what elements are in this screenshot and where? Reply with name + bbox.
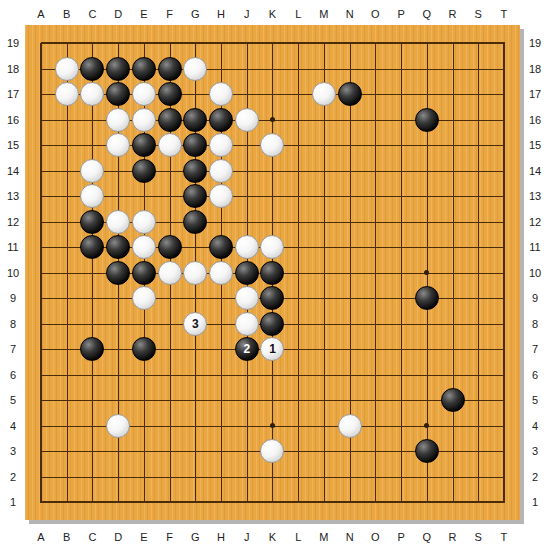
coord-label-right: 2 [524, 470, 546, 484]
black-stone [260, 312, 284, 336]
black-stone [209, 108, 233, 132]
coord-label-right: 12 [524, 215, 546, 229]
coord-label-top: B [58, 7, 76, 21]
black-stone [80, 337, 104, 361]
gridline-horizontal [41, 375, 505, 376]
coord-label-right: 13 [524, 189, 546, 203]
coord-label-bottom: P [392, 530, 410, 544]
white-stone [106, 108, 130, 132]
coord-label-right: 7 [524, 342, 546, 356]
white-stone [209, 133, 233, 157]
coord-label-right: 8 [524, 317, 546, 331]
black-stone [132, 133, 156, 157]
white-stone [209, 159, 233, 183]
coord-label-right: 11 [524, 240, 546, 254]
black-stone [132, 261, 156, 285]
white-stone [106, 133, 130, 157]
coord-label-right: 5 [524, 393, 546, 407]
coord-label-left: 8 [2, 317, 24, 331]
black-stone [338, 82, 362, 106]
coord-label-bottom: O [366, 530, 384, 544]
coord-label-left: 2 [2, 470, 24, 484]
coord-label-right: 1 [524, 495, 546, 509]
move-number-label: 2 [235, 337, 259, 361]
black-stone [183, 108, 207, 132]
black-stone [158, 82, 182, 106]
coord-label-top: S [469, 7, 487, 21]
black-stone [415, 286, 439, 310]
coord-label-bottom: T [495, 530, 513, 544]
coord-label-left: 18 [2, 62, 24, 76]
coord-label-left: 4 [2, 419, 24, 433]
gridline-vertical [324, 43, 325, 503]
black-stone [132, 159, 156, 183]
black-stone [106, 235, 130, 259]
coord-label-bottom: G [186, 530, 204, 544]
black-stone [80, 57, 104, 81]
coord-label-top: G [186, 7, 204, 21]
coord-label-bottom: M [315, 530, 333, 544]
coord-label-bottom: A [32, 530, 50, 544]
coord-label-left: 12 [2, 215, 24, 229]
coord-label-top: P [392, 7, 410, 21]
white-stone [209, 184, 233, 208]
black-stone [158, 57, 182, 81]
white-stone [235, 286, 259, 310]
black-stone [260, 261, 284, 285]
black-stone [441, 388, 465, 412]
coord-label-left: 13 [2, 189, 24, 203]
coord-label-left: 15 [2, 138, 24, 152]
black-stone [183, 184, 207, 208]
coord-label-left: 10 [2, 266, 24, 280]
white-stone [106, 210, 130, 234]
goban[interactable]: 123 [25, 25, 520, 520]
coord-label-left: 17 [2, 87, 24, 101]
coord-label-right: 3 [524, 444, 546, 458]
coord-label-top: O [366, 7, 384, 21]
coord-label-top: Q [418, 7, 436, 21]
go-diagram: 123 AA1919BB1818CC1717DD1616EE1515FF1414… [0, 0, 550, 550]
white-stone [338, 414, 362, 438]
coord-label-right: 4 [524, 419, 546, 433]
coord-label-left: 9 [2, 291, 24, 305]
gridline-vertical [503, 43, 505, 503]
coord-label-right: 6 [524, 368, 546, 382]
black-stone [132, 337, 156, 361]
move-number-label: 1 [260, 337, 284, 361]
white-stone [235, 312, 259, 336]
coord-label-top: D [109, 7, 127, 21]
black-stone [415, 108, 439, 132]
coord-label-bottom: J [238, 530, 256, 544]
black-stone [183, 210, 207, 234]
gridline-vertical [478, 43, 479, 503]
white-stone [80, 82, 104, 106]
coord-label-top: J [238, 7, 256, 21]
white-stone [235, 108, 259, 132]
gridline-horizontal [41, 501, 505, 503]
coord-label-left: 5 [2, 393, 24, 407]
white-stone [55, 57, 79, 81]
gridline-vertical [298, 43, 299, 503]
white-stone [106, 414, 130, 438]
coord-label-bottom: L [289, 530, 307, 544]
black-stone [415, 439, 439, 463]
coord-label-right: 14 [524, 164, 546, 178]
white-stone [183, 57, 207, 81]
coord-label-left: 7 [2, 342, 24, 356]
white-stone [260, 133, 284, 157]
black-stone [183, 133, 207, 157]
coord-label-top: H [212, 7, 230, 21]
coord-label-right: 18 [524, 62, 546, 76]
coord-label-right: 17 [524, 87, 546, 101]
white-stone [209, 82, 233, 106]
coord-label-top: E [135, 7, 153, 21]
coord-label-left: 11 [2, 240, 24, 254]
coord-label-bottom: F [161, 530, 179, 544]
coord-label-left: 6 [2, 368, 24, 382]
white-stone [132, 82, 156, 106]
coord-label-left: 19 [2, 36, 24, 50]
white-stone [132, 108, 156, 132]
coord-label-left: 1 [2, 495, 24, 509]
coord-label-bottom: R [444, 530, 462, 544]
coord-label-top: F [161, 7, 179, 21]
black-stone [158, 108, 182, 132]
coord-label-top: M [315, 7, 333, 21]
black-stone [106, 261, 130, 285]
star-point [270, 117, 275, 122]
white-stone [183, 261, 207, 285]
black-stone [80, 235, 104, 259]
black-stone [106, 57, 130, 81]
white-stone [312, 82, 336, 106]
coord-label-right: 15 [524, 138, 546, 152]
coord-label-left: 16 [2, 113, 24, 127]
coord-label-right: 19 [524, 36, 546, 50]
coord-label-right: 10 [524, 266, 546, 280]
black-stone [158, 235, 182, 259]
white-stone [260, 235, 284, 259]
move-number-label: 3 [183, 312, 207, 336]
gridline-vertical [401, 43, 402, 503]
coord-label-bottom: S [469, 530, 487, 544]
black-stone [80, 210, 104, 234]
gridline-horizontal [41, 400, 505, 401]
coord-label-bottom: B [58, 530, 76, 544]
white-stone [132, 286, 156, 310]
coord-label-bottom: C [83, 530, 101, 544]
white-stone [235, 235, 259, 259]
black-stone [235, 261, 259, 285]
coord-label-left: 14 [2, 164, 24, 178]
white-stone [132, 235, 156, 259]
coord-label-bottom: H [212, 530, 230, 544]
black-stone [106, 82, 130, 106]
black-stone [132, 57, 156, 81]
star-point [424, 270, 429, 275]
coord-label-bottom: K [263, 530, 281, 544]
star-point [424, 423, 429, 428]
gridline-vertical [375, 43, 376, 503]
white-stone [80, 159, 104, 183]
coord-label-top: T [495, 7, 513, 21]
coord-label-top: A [32, 7, 50, 21]
coord-label-top: C [83, 7, 101, 21]
white-stone [209, 261, 233, 285]
coord-label-top: L [289, 7, 307, 21]
coord-label-right: 16 [524, 113, 546, 127]
black-stone [183, 159, 207, 183]
coord-label-bottom: Q [418, 530, 436, 544]
coord-label-top: N [341, 7, 359, 21]
white-stone [55, 82, 79, 106]
black-stone [260, 286, 284, 310]
white-stone [158, 133, 182, 157]
star-point [270, 423, 275, 428]
gridline-vertical [453, 43, 454, 503]
white-stone [260, 439, 284, 463]
coord-label-top: R [444, 7, 462, 21]
white-stone [80, 184, 104, 208]
coord-label-right: 9 [524, 291, 546, 305]
gridline-horizontal [41, 477, 505, 478]
coord-label-top: K [263, 7, 281, 21]
white-stone [132, 210, 156, 234]
coord-label-bottom: E [135, 530, 153, 544]
black-stone [209, 235, 233, 259]
white-stone [158, 261, 182, 285]
coord-label-bottom: N [341, 530, 359, 544]
coord-label-bottom: D [109, 530, 127, 544]
coord-label-left: 3 [2, 444, 24, 458]
